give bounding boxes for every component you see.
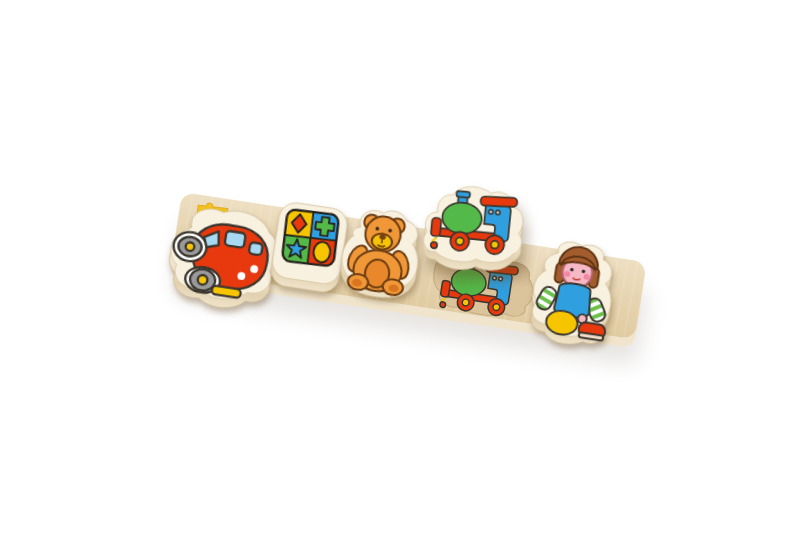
puzzle-board: BIGJIGS xyxy=(170,192,646,339)
puzzle-piece-train xyxy=(410,172,539,280)
puzzle-piece-doll xyxy=(515,233,628,356)
shapes-art xyxy=(282,209,339,266)
product-photo: BIGJIGS xyxy=(0,0,800,533)
